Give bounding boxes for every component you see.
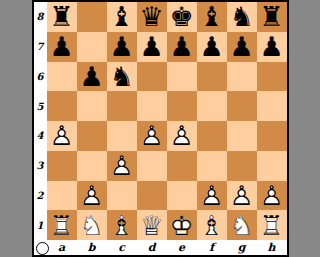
square-d7[interactable]: ♟	[137, 32, 167, 62]
square-c4[interactable]	[107, 121, 137, 151]
square-b1[interactable]: ♞♘	[77, 210, 107, 240]
chess-board: ♜♝♛♚♝♞♜♟♟♟♟♟♟♟♟♞♟♙♟♙♟♙♟♙♟♙♟♙♟♙♟♙♜♖♞♘♝♗♛♕…	[47, 2, 287, 240]
square-g7[interactable]: ♟	[227, 32, 257, 62]
piece-white-pawn[interactable]: ♟♙	[107, 151, 137, 181]
piece-outline-layer: ♙	[137, 121, 167, 151]
piece-outline-layer: ♙	[107, 151, 137, 181]
square-e6[interactable]	[167, 62, 197, 92]
square-d3[interactable]	[137, 151, 167, 181]
square-b6[interactable]: ♟	[77, 62, 107, 92]
square-e2[interactable]	[167, 181, 197, 211]
square-g4[interactable]	[227, 121, 257, 151]
piece-black-bishop[interactable]: ♝	[197, 2, 227, 32]
square-g6[interactable]	[227, 62, 257, 92]
piece-white-pawn[interactable]: ♟♙	[137, 121, 167, 151]
square-b3[interactable]	[77, 151, 107, 181]
square-g5[interactable]	[227, 91, 257, 121]
square-d8[interactable]: ♛	[137, 2, 167, 32]
piece-black-knight[interactable]: ♞	[107, 62, 137, 92]
square-h5[interactable]	[257, 91, 287, 121]
square-c5[interactable]	[107, 91, 137, 121]
square-e4[interactable]: ♟♙	[167, 121, 197, 151]
square-f1[interactable]: ♝♗	[197, 210, 227, 240]
piece-white-knight[interactable]: ♞♘	[77, 210, 107, 240]
file-label-h: h	[257, 240, 287, 255]
square-a7[interactable]: ♟	[47, 32, 77, 62]
square-h1[interactable]: ♜♖	[257, 210, 287, 240]
square-h3[interactable]	[257, 151, 287, 181]
piece-black-pawn[interactable]: ♟	[137, 32, 167, 62]
piece-black-pawn[interactable]: ♟	[227, 32, 257, 62]
piece-white-pawn[interactable]: ♟♙	[227, 181, 257, 211]
square-c6[interactable]: ♞	[107, 62, 137, 92]
piece-white-knight[interactable]: ♞♘	[227, 210, 257, 240]
piece-black-pawn[interactable]: ♟	[107, 32, 137, 62]
piece-outline-layer: ♙	[257, 181, 287, 211]
square-b8[interactable]	[77, 2, 107, 32]
square-f6[interactable]	[197, 62, 227, 92]
piece-black-queen[interactable]: ♛	[137, 2, 167, 32]
piece-outline-layer: ♖	[257, 210, 287, 240]
square-e8[interactable]: ♚	[167, 2, 197, 32]
rank-label-6: 6	[34, 62, 47, 92]
chess-diagram: 87654321 ♜♝♛♚♝♞♜♟♟♟♟♟♟♟♟♞♟♙♟♙♟♙♟♙♟♙♟♙♟♙♟…	[32, 0, 289, 257]
piece-white-bishop[interactable]: ♝♗	[197, 210, 227, 240]
piece-white-king[interactable]: ♚♔	[167, 210, 197, 240]
piece-black-pawn[interactable]: ♟	[257, 32, 287, 62]
piece-outline-layer: ♙	[197, 181, 227, 211]
piece-outline-layer: ♘	[227, 210, 257, 240]
square-b5[interactable]	[77, 91, 107, 121]
piece-black-pawn[interactable]: ♟	[77, 62, 107, 92]
piece-black-king[interactable]: ♚	[167, 2, 197, 32]
piece-black-rook[interactable]: ♜	[47, 2, 77, 32]
piece-outline-layer: ♙	[77, 181, 107, 211]
rank-label-4: 4	[34, 121, 47, 151]
piece-black-knight[interactable]: ♞	[227, 2, 257, 32]
square-b2[interactable]: ♟♙	[77, 181, 107, 211]
square-h8[interactable]: ♜	[257, 2, 287, 32]
square-c7[interactable]: ♟	[107, 32, 137, 62]
square-d6[interactable]	[137, 62, 167, 92]
piece-white-pawn[interactable]: ♟♙	[197, 181, 227, 211]
square-b4[interactable]	[77, 121, 107, 151]
square-c3[interactable]: ♟♙	[107, 151, 137, 181]
rank-label-3: 3	[34, 151, 47, 181]
square-f2[interactable]: ♟♙	[197, 181, 227, 211]
rank-label-1: 1	[34, 210, 47, 240]
square-e7[interactable]: ♟	[167, 32, 197, 62]
piece-outline-layer: ♗	[107, 210, 137, 240]
file-label-d: d	[137, 240, 167, 255]
square-e1[interactable]: ♚♔	[167, 210, 197, 240]
square-e5[interactable]	[167, 91, 197, 121]
rank-label-2: 2	[34, 181, 47, 211]
square-d4[interactable]: ♟♙	[137, 121, 167, 151]
square-f7[interactable]: ♟	[197, 32, 227, 62]
square-h2[interactable]: ♟♙	[257, 181, 287, 211]
piece-white-pawn[interactable]: ♟♙	[47, 121, 77, 151]
piece-white-bishop[interactable]: ♝♗	[107, 210, 137, 240]
rank-label-7: 7	[34, 32, 47, 62]
rank-labels: 87654321	[34, 2, 47, 240]
piece-black-pawn[interactable]: ♟	[167, 32, 197, 62]
square-a2[interactable]	[47, 181, 77, 211]
square-b7[interactable]	[77, 32, 107, 62]
piece-outline-layer: ♙	[47, 121, 77, 151]
square-a5[interactable]	[47, 91, 77, 121]
square-f8[interactable]: ♝	[197, 2, 227, 32]
square-c8[interactable]: ♝	[107, 2, 137, 32]
file-label-g: g	[227, 240, 257, 255]
piece-black-bishop[interactable]: ♝	[107, 2, 137, 32]
file-labels: abcdefgh	[47, 240, 287, 255]
square-g3[interactable]	[227, 151, 257, 181]
piece-outline-layer: ♘	[77, 210, 107, 240]
piece-outline-layer: ♖	[47, 210, 77, 240]
square-f4[interactable]	[197, 121, 227, 151]
file-label-f: f	[197, 240, 227, 255]
piece-white-rook[interactable]: ♜♖	[257, 210, 287, 240]
piece-white-rook[interactable]: ♜♖	[47, 210, 77, 240]
square-a6[interactable]	[47, 62, 77, 92]
square-a1[interactable]: ♜♖	[47, 210, 77, 240]
square-g1[interactable]: ♞♘	[227, 210, 257, 240]
square-f5[interactable]	[197, 91, 227, 121]
square-e3[interactable]	[167, 151, 197, 181]
piece-white-pawn[interactable]: ♟♙	[167, 121, 197, 151]
square-g2[interactable]: ♟♙	[227, 181, 257, 211]
piece-outline-layer: ♗	[197, 210, 227, 240]
square-h6[interactable]	[257, 62, 287, 92]
piece-black-pawn[interactable]: ♟	[197, 32, 227, 62]
rank-label-8: 8	[34, 2, 47, 32]
square-d2[interactable]	[137, 181, 167, 211]
white-to-move-indicator	[36, 242, 49, 255]
piece-black-rook[interactable]: ♜	[257, 2, 287, 32]
square-h7[interactable]: ♟	[257, 32, 287, 62]
square-f3[interactable]	[197, 151, 227, 181]
square-c1[interactable]: ♝♗	[107, 210, 137, 240]
file-label-c: c	[107, 240, 137, 255]
piece-outline-layer: ♔	[167, 210, 197, 240]
rank-label-5: 5	[34, 91, 47, 121]
piece-white-queen[interactable]: ♛♕	[137, 210, 167, 240]
square-g8[interactable]: ♞	[227, 2, 257, 32]
piece-black-pawn[interactable]: ♟	[47, 32, 77, 62]
square-a4[interactable]: ♟♙	[47, 121, 77, 151]
square-d5[interactable]	[137, 91, 167, 121]
file-label-b: b	[77, 240, 107, 255]
piece-white-pawn[interactable]: ♟♙	[77, 181, 107, 211]
piece-outline-layer: ♙	[227, 181, 257, 211]
piece-white-pawn[interactable]: ♟♙	[257, 181, 287, 211]
square-a8[interactable]: ♜	[47, 2, 77, 32]
square-h4[interactable]	[257, 121, 287, 151]
square-d1[interactable]: ♛♕	[137, 210, 167, 240]
piece-outline-layer: ♙	[167, 121, 197, 151]
file-label-a: a	[47, 240, 77, 255]
square-c2[interactable]	[107, 181, 137, 211]
square-a3[interactable]	[47, 151, 77, 181]
file-label-e: e	[167, 240, 197, 255]
piece-outline-layer: ♕	[137, 210, 167, 240]
